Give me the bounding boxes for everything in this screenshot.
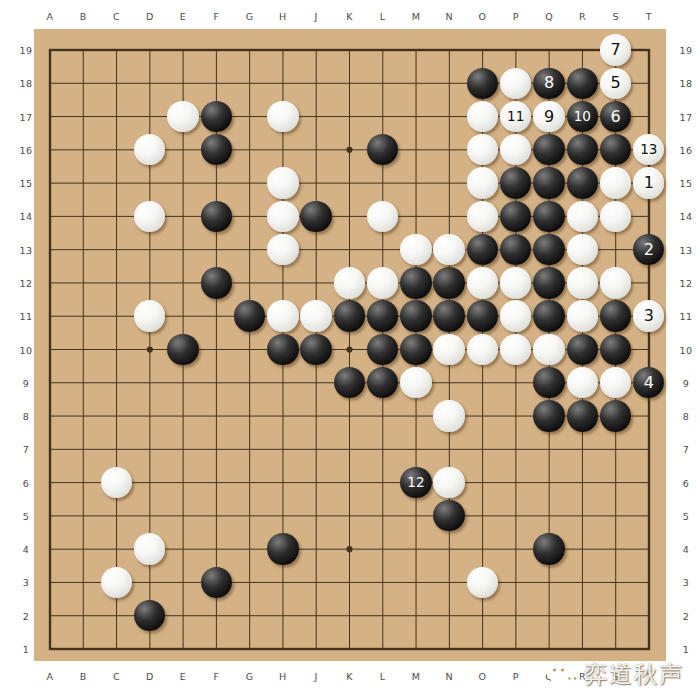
stone-black-Q18: 8 [533,68,564,99]
intersection-K6 [333,466,366,499]
intersection-B6 [67,466,100,499]
intersection-R5 [566,499,599,532]
stone-black-Q12 [533,267,564,298]
col-label-top-T: T [646,11,652,22]
intersection-Q18: 8 [532,67,565,100]
stone-black-L10 [367,334,398,365]
intersection-H2 [266,599,299,632]
intersection-B17 [67,100,100,133]
intersection-P16 [499,133,532,166]
stone-white-D14 [134,201,165,232]
intersection-C2 [100,599,133,632]
intersection-H14 [266,200,299,233]
intersection-E11 [166,299,199,332]
intersection-H5 [266,499,299,532]
intersection-O6 [466,466,499,499]
move-number-5: 5 [610,75,620,91]
intersection-L2 [366,599,399,632]
stone-white-C3 [101,567,132,598]
intersection-L7 [366,433,399,466]
intersection-E14 [166,200,199,233]
intersection-P4 [499,532,532,565]
stone-black-Q9 [533,367,564,398]
intersection-J10 [299,333,332,366]
move-number-10: 10 [574,110,591,124]
intersection-N6 [433,466,466,499]
intersection-B19 [67,33,100,66]
intersection-H1 [266,632,299,665]
intersection-Q6 [532,466,565,499]
intersection-T11: 3 [632,299,665,332]
col-label-top-F: F [213,11,219,22]
intersection-F1 [200,632,233,665]
intersection-R17: 10 [566,100,599,133]
intersection-T4 [632,532,665,565]
intersection-S2 [599,599,632,632]
stone-white-E17 [167,101,198,132]
intersection-E4 [166,532,199,565]
col-label-top-P: P [513,11,519,22]
row-label-left-5: 5 [23,510,30,521]
row-label-left-13: 13 [19,244,32,255]
row-label-left-7: 7 [23,444,30,455]
intersection-B18 [67,67,100,100]
intersection-L16 [366,133,399,166]
intersection-F11 [200,299,233,332]
stone-white-Q10 [533,334,564,365]
intersection-R16 [566,133,599,166]
intersection-K8 [333,399,366,432]
intersection-D11 [133,299,166,332]
row-label-right-5: 5 [683,510,690,521]
stone-black-S11 [600,300,631,331]
intersection-H6 [266,466,299,499]
intersection-M3 [399,566,432,599]
intersection-F9 [200,366,233,399]
stone-black-R18 [567,68,598,99]
row-label-right-14: 14 [679,211,692,222]
intersection-D12 [133,266,166,299]
intersection-K3 [333,566,366,599]
intersection-S17: 6 [599,100,632,133]
intersection-D14 [133,200,166,233]
intersection-D3 [133,566,166,599]
intersection-N7 [433,433,466,466]
intersection-T5 [632,499,665,532]
intersection-L14 [366,200,399,233]
intersection-Q10 [532,333,565,366]
intersection-G8 [233,399,266,432]
intersection-P5 [499,499,532,532]
watermark: 弈道秋声 [545,659,684,690]
intersection-C13 [100,233,133,266]
intersection-Q17: 9 [532,100,565,133]
intersection-H3 [266,566,299,599]
intersection-O4 [466,532,499,565]
intersection-F12 [200,266,233,299]
stone-black-P14 [500,201,531,232]
intersection-A6 [33,466,66,499]
intersection-P19 [499,33,532,66]
intersection-D13 [133,233,166,266]
stone-black-R15 [567,167,598,198]
intersection-D9 [133,366,166,399]
intersection-M15 [399,166,432,199]
stone-white-N10 [433,334,464,365]
intersection-N17 [433,100,466,133]
intersection-K15 [333,166,366,199]
stone-white-O3 [467,567,498,598]
col-label-top-Q: Q [545,11,553,22]
intersection-M2 [399,599,432,632]
intersection-F10 [200,333,233,366]
intersection-G18 [233,67,266,100]
intersection-F5 [200,499,233,532]
intersection-H9 [266,366,299,399]
intersection-Q4 [532,532,565,565]
intersection-O11 [466,299,499,332]
intersection-S15 [599,166,632,199]
intersection-J15 [299,166,332,199]
intersection-G15 [233,166,266,199]
intersection-O12 [466,266,499,299]
intersection-K12 [333,266,366,299]
intersection-G3 [233,566,266,599]
stone-black-F14 [201,201,232,232]
stone-black-F12 [201,267,232,298]
intersection-Q19 [532,33,565,66]
intersection-B10 [67,333,100,366]
intersection-M7 [399,433,432,466]
stone-white-L14 [367,201,398,232]
stone-white-N6 [433,467,464,498]
stone-black-S8 [600,400,631,431]
stone-white-H17 [267,101,298,132]
intersection-E16 [166,133,199,166]
intersection-E5 [166,499,199,532]
stone-black-F17 [201,101,232,132]
intersection-C14 [100,200,133,233]
intersection-H17 [266,100,299,133]
intersection-D4 [133,532,166,565]
stone-black-R8 [567,400,598,431]
intersection-S9 [599,366,632,399]
intersection-R13 [566,233,599,266]
intersection-E7 [166,433,199,466]
col-label-bottom-K: K [346,671,353,682]
intersection-E1 [166,632,199,665]
stone-white-O16 [467,134,498,165]
intersection-L19 [366,33,399,66]
stone-black-Q11 [533,300,564,331]
row-label-right-11: 11 [679,311,692,322]
intersection-J16 [299,133,332,166]
col-label-bottom-M: M [412,671,421,682]
intersection-C6 [100,466,133,499]
stone-white-S9 [600,367,631,398]
intersection-S16 [599,133,632,166]
intersection-M12 [399,266,432,299]
intersection-H8 [266,399,299,432]
intersection-N16 [433,133,466,166]
intersection-C17 [100,100,133,133]
col-label-bottom-E: E [180,671,187,682]
intersection-S19: 7 [599,33,632,66]
stone-white-Q17: 9 [533,101,564,132]
intersection-A18 [33,67,66,100]
intersection-O8 [466,399,499,432]
intersection-M8 [399,399,432,432]
intersection-A12 [33,266,66,299]
col-label-top-J: J [315,11,318,22]
intersection-F6 [200,466,233,499]
stone-white-S12 [600,267,631,298]
intersection-J18 [299,67,332,100]
intersection-M10 [399,333,432,366]
intersection-H7 [266,433,299,466]
stone-black-N5 [433,500,464,531]
stone-white-P12 [500,267,531,298]
intersection-B3 [67,566,100,599]
stone-white-R11 [567,300,598,331]
intersection-H13 [266,233,299,266]
stone-white-R9 [567,367,598,398]
intersection-A1 [33,632,66,665]
intersection-R12 [566,266,599,299]
intersection-Q16 [532,133,565,166]
intersection-J17 [299,100,332,133]
stone-white-D11 [134,300,165,331]
intersection-C3 [100,566,133,599]
intersection-P2 [499,599,532,632]
intersection-N18 [433,67,466,100]
row-label-left-2: 2 [23,610,30,621]
stone-black-M12 [400,267,431,298]
board-intersections: 78511910613123412 [33,33,665,665]
intersection-K14 [333,200,366,233]
intersection-P12 [499,266,532,299]
intersection-E10 [166,333,199,366]
intersection-J13 [299,233,332,266]
intersection-K10 [333,333,366,366]
intersection-B15 [67,166,100,199]
intersection-E19 [166,33,199,66]
intersection-D1 [133,632,166,665]
intersection-D10 [133,333,166,366]
intersection-T12 [632,266,665,299]
col-label-bottom-O: O [479,671,487,682]
intersection-C12 [100,266,133,299]
intersection-N15 [433,166,466,199]
intersection-Q13 [532,233,565,266]
stone-black-G11 [234,300,265,331]
row-label-left-3: 3 [23,577,30,588]
intersection-T8 [632,399,665,432]
intersection-L9 [366,366,399,399]
stone-black-L9 [367,367,398,398]
intersection-F3 [200,566,233,599]
intersection-R9 [566,366,599,399]
intersection-T9: 4 [632,366,665,399]
intersection-O14 [466,200,499,233]
watermark-text: 弈道秋声 [584,659,684,690]
intersection-H19 [266,33,299,66]
row-label-right-10: 10 [679,344,692,355]
stone-black-R10 [567,334,598,365]
move-number-4: 4 [644,375,654,391]
intersection-J8 [299,399,332,432]
intersection-C4 [100,532,133,565]
intersection-J5 [299,499,332,532]
col-label-top-D: D [146,11,154,22]
intersection-D5 [133,499,166,532]
intersection-E2 [166,599,199,632]
row-label-left-11: 11 [19,311,32,322]
intersection-J3 [299,566,332,599]
intersection-K2 [333,599,366,632]
col-label-bottom-L: L [380,671,386,682]
row-label-right-12: 12 [679,277,692,288]
intersection-G2 [233,599,266,632]
intersection-O9 [466,366,499,399]
intersection-L6 [366,466,399,499]
move-number-12: 12 [407,476,424,490]
col-label-bottom-D: D [146,671,154,682]
intersection-O10 [466,333,499,366]
col-label-bottom-A: A [47,671,54,682]
intersection-B12 [67,266,100,299]
stone-white-T15: 1 [633,167,664,198]
col-label-bottom-B: B [80,671,87,682]
stone-black-O18 [467,68,498,99]
intersection-R18 [566,67,599,100]
intersection-T10 [632,333,665,366]
intersection-F19 [200,33,233,66]
intersection-Q7 [532,433,565,466]
row-label-left-14: 14 [19,211,32,222]
move-number-9: 9 [544,109,554,125]
stone-black-Q8 [533,400,564,431]
intersection-O17 [466,100,499,133]
intersection-N9 [433,366,466,399]
intersection-O7 [466,433,499,466]
intersection-D19 [133,33,166,66]
row-label-right-13: 13 [679,244,692,255]
intersection-R6 [566,466,599,499]
intersection-D7 [133,433,166,466]
stone-black-M6: 12 [400,467,431,498]
stone-white-H15 [267,167,298,198]
intersection-T17 [632,100,665,133]
intersection-N3 [433,566,466,599]
intersection-R8 [566,399,599,432]
intersection-R7 [566,433,599,466]
stone-white-N13 [433,234,464,265]
intersection-E18 [166,67,199,100]
intersection-M11 [399,299,432,332]
intersection-Q14 [532,200,565,233]
intersection-J7 [299,433,332,466]
stone-black-Q15 [533,167,564,198]
intersection-G14 [233,200,266,233]
intersection-R4 [566,532,599,565]
col-label-top-E: E [180,11,187,22]
intersection-B2 [67,599,100,632]
intersection-T3 [632,566,665,599]
row-label-right-8: 8 [683,411,690,422]
intersection-N10 [433,333,466,366]
row-label-left-9: 9 [23,377,30,388]
move-number-2: 2 [644,242,654,258]
col-label-bottom-F: F [213,671,219,682]
intersection-N11 [433,299,466,332]
intersection-T13: 2 [632,233,665,266]
move-number-8: 8 [544,75,554,91]
stone-black-F16 [201,134,232,165]
intersection-L3 [366,566,399,599]
stone-white-M9 [400,367,431,398]
intersection-B14 [67,200,100,233]
intersection-B8 [67,399,100,432]
stone-black-S16 [600,134,631,165]
row-label-right-7: 7 [683,444,690,455]
intersection-S12 [599,266,632,299]
col-label-top-A: A [47,11,54,22]
col-label-bottom-G: G [246,671,254,682]
move-number-13: 13 [640,143,657,157]
intersection-S8 [599,399,632,432]
move-number-7: 7 [610,42,620,58]
col-label-top-H: H [279,11,287,22]
intersection-A15 [33,166,66,199]
row-label-right-17: 17 [679,111,692,122]
stone-black-J10 [300,334,331,365]
stone-white-P18 [500,68,531,99]
intersection-H15 [266,166,299,199]
intersection-R14 [566,200,599,233]
intersection-T6 [632,466,665,499]
row-label-left-19: 19 [19,45,32,56]
intersection-C8 [100,399,133,432]
intersection-T15: 1 [632,166,665,199]
intersection-H16 [266,133,299,166]
stone-white-H13 [267,234,298,265]
intersection-B4 [67,532,100,565]
intersection-L11 [366,299,399,332]
intersection-N1 [433,632,466,665]
intersection-S10 [599,333,632,366]
row-label-left-15: 15 [19,178,32,189]
intersection-F15 [200,166,233,199]
col-label-top-O: O [479,11,487,22]
intersection-B13 [67,233,100,266]
intersection-C11 [100,299,133,332]
intersection-J2 [299,599,332,632]
intersection-E12 [166,266,199,299]
intersection-E15 [166,166,199,199]
intersection-L12 [366,266,399,299]
stone-white-R13 [567,234,598,265]
row-label-right-2: 2 [683,610,690,621]
stone-white-D16 [134,134,165,165]
intersection-N5 [433,499,466,532]
intersection-G1 [233,632,266,665]
wechat-icon [545,660,581,690]
intersection-K9 [333,366,366,399]
stone-white-R14 [567,201,598,232]
intersection-J6 [299,466,332,499]
intersection-E3 [166,566,199,599]
